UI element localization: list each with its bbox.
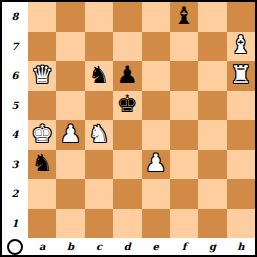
square-g5[interactable] <box>198 91 226 121</box>
square-c7[interactable] <box>85 32 113 62</box>
square-b5[interactable] <box>56 91 84 121</box>
file-labels: abcdefgh <box>28 238 255 255</box>
square-a3[interactable]: ♞ <box>28 150 56 180</box>
square-c5[interactable] <box>85 91 113 121</box>
square-h3[interactable] <box>227 150 255 180</box>
square-f6[interactable] <box>170 61 198 91</box>
square-g2[interactable] <box>198 179 226 209</box>
rank-label-4: 4 <box>2 120 28 150</box>
square-h5[interactable] <box>227 91 255 121</box>
white-bishop[interactable]: ♝ <box>230 33 252 57</box>
white-king[interactable]: ♚ <box>31 122 53 146</box>
square-b1[interactable] <box>56 209 84 239</box>
square-a4[interactable]: ♚ <box>28 120 56 150</box>
square-d7[interactable] <box>113 32 141 62</box>
black-pawn[interactable]: ♟ <box>117 63 139 87</box>
white-queen[interactable]: ♛ <box>31 63 53 87</box>
square-a7[interactable] <box>28 32 56 62</box>
black-king[interactable]: ♚ <box>117 92 139 116</box>
board: ♝♝♛♞♟♜♚♚♟♞♞♟ <box>28 2 255 238</box>
chess-diagram: 87654321 ♝♝♛♞♟♜♚♚♟♞♞♟ abcdefgh <box>0 0 257 257</box>
file-label-h: h <box>227 238 255 255</box>
white-rook[interactable]: ♜ <box>230 63 252 87</box>
file-label-a: a <box>28 238 56 255</box>
white-pawn[interactable]: ♟ <box>60 122 82 146</box>
square-f5[interactable] <box>170 91 198 121</box>
file-label-b: b <box>56 238 84 255</box>
square-c4[interactable]: ♞ <box>85 120 113 150</box>
square-e4[interactable] <box>142 120 170 150</box>
square-b4[interactable]: ♟ <box>56 120 84 150</box>
square-c1[interactable] <box>85 209 113 239</box>
square-b8[interactable] <box>56 2 84 32</box>
white-to-move-icon <box>7 239 23 255</box>
rank-label-2: 2 <box>2 179 28 209</box>
rank-label-6: 6 <box>2 61 28 91</box>
square-g8[interactable] <box>198 2 226 32</box>
square-h1[interactable] <box>227 209 255 239</box>
square-d3[interactable] <box>113 150 141 180</box>
square-b7[interactable] <box>56 32 84 62</box>
black-knight[interactable]: ♞ <box>88 63 110 87</box>
square-e3[interactable]: ♟ <box>142 150 170 180</box>
square-g4[interactable] <box>198 120 226 150</box>
square-f7[interactable] <box>170 32 198 62</box>
square-d4[interactable] <box>113 120 141 150</box>
white-pawn[interactable]: ♟ <box>145 151 167 175</box>
square-b3[interactable] <box>56 150 84 180</box>
square-g1[interactable] <box>198 209 226 239</box>
square-c3[interactable] <box>85 150 113 180</box>
square-a5[interactable] <box>28 91 56 121</box>
square-d6[interactable]: ♟ <box>113 61 141 91</box>
file-label-e: e <box>142 238 170 255</box>
square-f2[interactable] <box>170 179 198 209</box>
square-f1[interactable] <box>170 209 198 239</box>
file-label-g: g <box>198 238 226 255</box>
square-a1[interactable] <box>28 209 56 239</box>
square-c8[interactable] <box>85 2 113 32</box>
square-b6[interactable] <box>56 61 84 91</box>
square-e1[interactable] <box>142 209 170 239</box>
square-h6[interactable]: ♜ <box>227 61 255 91</box>
rank-labels: 87654321 <box>2 2 28 238</box>
square-e2[interactable] <box>142 179 170 209</box>
square-f8[interactable]: ♝ <box>170 2 198 32</box>
square-e7[interactable] <box>142 32 170 62</box>
rank-label-8: 8 <box>2 2 28 32</box>
square-e6[interactable] <box>142 61 170 91</box>
rank-label-7: 7 <box>2 32 28 62</box>
square-a8[interactable] <box>28 2 56 32</box>
square-c2[interactable] <box>85 179 113 209</box>
file-label-d: d <box>113 238 141 255</box>
rank-label-5: 5 <box>2 91 28 121</box>
square-e8[interactable] <box>142 2 170 32</box>
square-g6[interactable] <box>198 61 226 91</box>
square-f3[interactable] <box>170 150 198 180</box>
square-a6[interactable]: ♛ <box>28 61 56 91</box>
square-d5[interactable]: ♚ <box>113 91 141 121</box>
square-d2[interactable] <box>113 179 141 209</box>
rank-label-1: 1 <box>2 209 28 239</box>
square-b2[interactable] <box>56 179 84 209</box>
black-knight[interactable]: ♞ <box>31 151 53 175</box>
square-d1[interactable] <box>113 209 141 239</box>
file-label-c: c <box>85 238 113 255</box>
square-h2[interactable] <box>227 179 255 209</box>
square-h8[interactable] <box>227 2 255 32</box>
black-bishop[interactable]: ♝ <box>173 4 195 28</box>
square-g7[interactable] <box>198 32 226 62</box>
square-h7[interactable]: ♝ <box>227 32 255 62</box>
square-g3[interactable] <box>198 150 226 180</box>
square-a2[interactable] <box>28 179 56 209</box>
square-c6[interactable]: ♞ <box>85 61 113 91</box>
square-d8[interactable] <box>113 2 141 32</box>
square-h4[interactable] <box>227 120 255 150</box>
square-e5[interactable] <box>142 91 170 121</box>
file-label-f: f <box>170 238 198 255</box>
rank-label-3: 3 <box>2 150 28 180</box>
square-f4[interactable] <box>170 120 198 150</box>
turn-indicator <box>2 238 28 255</box>
white-knight[interactable]: ♞ <box>88 122 110 146</box>
